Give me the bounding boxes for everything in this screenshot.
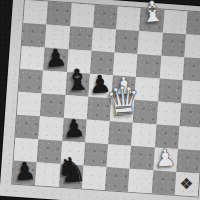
- square-b6[interactable]: ♟: [43, 48, 68, 73]
- square-b3[interactable]: [39, 116, 64, 141]
- square-c1[interactable]: ♞: [59, 164, 84, 189]
- white-pawn-e5: ♟: [112, 73, 135, 98]
- square-e8[interactable]: [116, 6, 141, 31]
- square-d7[interactable]: [91, 28, 116, 53]
- black-pawn-a1: ♟: [13, 158, 36, 183]
- square-e2[interactable]: [107, 144, 132, 169]
- square-f6[interactable]: [136, 54, 161, 79]
- square-e5[interactable]: ♟: [111, 75, 136, 100]
- square-b8[interactable]: [47, 2, 72, 27]
- square-a7[interactable]: [22, 23, 47, 48]
- square-f5[interactable]: [135, 77, 160, 102]
- black-pawn-d5: ♟: [89, 71, 112, 96]
- square-a8[interactable]: [23, 0, 48, 25]
- square-d6[interactable]: [90, 51, 115, 76]
- square-e7[interactable]: [115, 29, 140, 54]
- square-h6[interactable]: [183, 57, 200, 82]
- square-f1[interactable]: [128, 169, 153, 194]
- board-grid: ♝♟♝♟♟♛♟♟♟♞❖: [12, 0, 200, 197]
- square-d8[interactable]: [93, 5, 118, 30]
- corner-ornament-icon: ❖: [180, 177, 193, 192]
- square-f4[interactable]: [133, 100, 158, 125]
- square-f8[interactable]: ♝: [139, 8, 164, 33]
- square-b7[interactable]: [45, 25, 70, 50]
- square-f3[interactable]: [131, 123, 156, 148]
- square-c7[interactable]: [68, 26, 93, 51]
- square-h4[interactable]: [179, 103, 200, 128]
- square-b5[interactable]: [42, 70, 67, 95]
- square-b4[interactable]: [40, 93, 65, 118]
- square-b1[interactable]: [35, 162, 60, 187]
- square-g5[interactable]: [158, 79, 183, 104]
- square-h1[interactable]: ❖: [175, 172, 200, 197]
- square-a5[interactable]: [19, 69, 44, 94]
- square-a3[interactable]: [15, 115, 40, 140]
- square-e1[interactable]: [105, 167, 130, 192]
- chessboard-photo: ♝♟♝♟♟♛♟♟♟♞❖: [0, 0, 200, 200]
- square-g3[interactable]: [155, 124, 180, 149]
- square-e4[interactable]: ♛: [110, 98, 135, 123]
- square-d1[interactable]: [82, 165, 107, 190]
- square-h3[interactable]: [178, 126, 200, 151]
- square-d5[interactable]: ♟: [88, 74, 113, 99]
- square-d3[interactable]: [85, 120, 110, 145]
- square-g4[interactable]: [156, 102, 181, 127]
- square-d2[interactable]: [83, 143, 108, 168]
- chessboard: ♝♟♝♟♟♛♟♟♟♞❖: [0, 0, 200, 200]
- square-a4[interactable]: [17, 92, 42, 117]
- square-d4[interactable]: [87, 97, 112, 122]
- square-h2[interactable]: [176, 149, 200, 174]
- square-c5[interactable]: ♝: [65, 72, 90, 97]
- square-a6[interactable]: [20, 46, 45, 71]
- square-g6[interactable]: [159, 56, 184, 81]
- black-pawn-b6: ♟: [44, 45, 67, 70]
- square-f2[interactable]: [130, 146, 155, 171]
- square-f7[interactable]: [138, 31, 163, 56]
- square-c2[interactable]: [60, 141, 85, 166]
- square-h8[interactable]: [186, 11, 200, 36]
- square-c6[interactable]: [67, 49, 92, 74]
- white-bishop-f8: ♝: [138, 0, 166, 28]
- square-a2[interactable]: [14, 138, 39, 163]
- square-h7[interactable]: [184, 34, 200, 59]
- square-e6[interactable]: [113, 52, 138, 77]
- square-c8[interactable]: [70, 3, 95, 28]
- square-e3[interactable]: [108, 121, 133, 146]
- black-pawn-c3: ♟: [63, 116, 86, 141]
- white-pawn-g2: ♟: [154, 145, 177, 170]
- square-h5[interactable]: [181, 80, 200, 105]
- square-a1[interactable]: ♟: [12, 161, 37, 186]
- square-g2[interactable]: ♟: [153, 147, 178, 172]
- square-b2[interactable]: [37, 139, 62, 164]
- square-c4[interactable]: [63, 95, 88, 120]
- square-g7[interactable]: [161, 33, 186, 58]
- square-g8[interactable]: [163, 10, 188, 35]
- square-c3[interactable]: ♟: [62, 118, 87, 143]
- square-g1[interactable]: [151, 170, 176, 195]
